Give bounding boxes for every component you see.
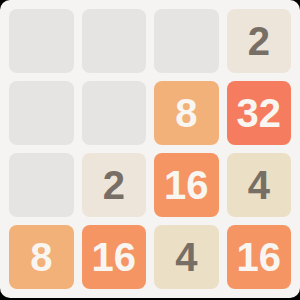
tile-r1c3 bbox=[154, 9, 219, 73]
app-icon-background: 2 8 32 2 16 4 8 16 4 16 bbox=[0, 0, 300, 300]
tile-r3c4: 4 bbox=[227, 153, 292, 217]
tile-r1c2 bbox=[82, 9, 147, 73]
tile-r1c4: 2 bbox=[227, 9, 292, 73]
board-2048[interactable]: 2 8 32 2 16 4 8 16 4 16 bbox=[0, 0, 300, 298]
tile-r4c4: 16 bbox=[227, 225, 292, 289]
tile-r4c1: 8 bbox=[9, 225, 74, 289]
tile-r1c1 bbox=[9, 9, 74, 73]
tile-r2c1 bbox=[9, 81, 74, 145]
tile-r4c3: 4 bbox=[154, 225, 219, 289]
tile-r2c4: 32 bbox=[227, 81, 292, 145]
tile-r3c3: 16 bbox=[154, 153, 219, 217]
tile-r2c2 bbox=[82, 81, 147, 145]
game-board-card: 2 8 32 2 16 4 8 16 4 16 bbox=[0, 0, 300, 298]
tile-r3c2: 2 bbox=[82, 153, 147, 217]
tile-r4c2: 16 bbox=[82, 225, 147, 289]
tile-r2c3: 8 bbox=[154, 81, 219, 145]
tile-r3c1 bbox=[9, 153, 74, 217]
